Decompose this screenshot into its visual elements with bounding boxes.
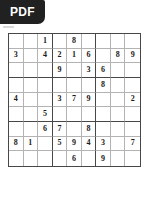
sudoku-cell-r7c3: 6 — [38, 122, 53, 137]
sudoku-cell-r4c1 — [9, 78, 24, 93]
sudoku-cell-r4c9 — [125, 78, 140, 93]
sudoku-cell-r7c7 — [96, 122, 111, 137]
sudoku-cell-r4c8 — [111, 78, 126, 93]
sudoku-cell-r3c4: 9 — [53, 63, 68, 78]
sudoku-cell-r3c8 — [111, 63, 126, 78]
sudoku-board: 1834216899368437925678815943769 — [8, 33, 141, 167]
sudoku-cell-r2c6: 6 — [82, 49, 97, 64]
sudoku-cell-r8c9: 7 — [125, 137, 140, 152]
sudoku-cell-r9c6 — [82, 151, 97, 166]
sudoku-cell-r5c6: 9 — [82, 93, 97, 108]
sudoku-cell-r5c9: 2 — [125, 93, 140, 108]
sudoku-cell-r2c8: 8 — [111, 49, 126, 64]
sudoku-cell-r1c8 — [111, 34, 126, 49]
sudoku-cell-r1c2 — [24, 34, 39, 49]
sudoku-cell-r9c5: 6 — [67, 151, 82, 166]
sudoku-cell-r3c1 — [9, 63, 24, 78]
sudoku-cell-r3c3 — [38, 63, 53, 78]
sudoku-cell-r6c8 — [111, 107, 126, 122]
sudoku-cell-r7c5 — [67, 122, 82, 137]
sudoku-cell-r5c4: 3 — [53, 93, 68, 108]
pdf-document-thumbnail[interactable]: PDF 1834216899368437925678815943769 — [0, 0, 149, 198]
sudoku-cell-r6c4 — [53, 107, 68, 122]
sudoku-cell-r6c7 — [96, 107, 111, 122]
sudoku-cell-r8c2: 1 — [24, 137, 39, 152]
sudoku-cell-r5c5: 7 — [67, 93, 82, 108]
sudoku-cell-r8c8 — [111, 137, 126, 152]
sudoku-cell-r9c4 — [53, 151, 68, 166]
sudoku-cell-r8c5: 9 — [67, 137, 82, 152]
sudoku-cell-r2c9: 9 — [125, 49, 140, 64]
sudoku-cell-r5c3 — [38, 93, 53, 108]
sudoku-cell-r5c1: 4 — [9, 93, 24, 108]
sudoku-cell-r6c6 — [82, 107, 97, 122]
pdf-badge: PDF — [0, 0, 45, 24]
sudoku-cell-r1c6 — [82, 34, 97, 49]
sudoku-cell-r3c6: 3 — [82, 63, 97, 78]
sudoku-cell-r5c2 — [24, 93, 39, 108]
sudoku-cell-r1c5: 8 — [67, 34, 82, 49]
sudoku-cell-r2c7 — [96, 49, 111, 64]
sudoku-cell-r1c3: 1 — [38, 34, 53, 49]
sudoku-cell-r4c7: 8 — [96, 78, 111, 93]
sudoku-cell-r4c3 — [38, 78, 53, 93]
pdf-badge-label: PDF — [10, 5, 35, 19]
sudoku-cell-r1c4 — [53, 34, 68, 49]
sudoku-cell-r4c2 — [24, 78, 39, 93]
sudoku-cell-r2c2 — [24, 49, 39, 64]
sudoku-cell-r1c1 — [9, 34, 24, 49]
sudoku-cell-r9c9 — [125, 151, 140, 166]
sudoku-cell-r7c6: 8 — [82, 122, 97, 137]
sudoku-cell-r2c5: 1 — [67, 49, 82, 64]
sudoku-cell-r4c6 — [82, 78, 97, 93]
sudoku-cell-r3c7: 6 — [96, 63, 111, 78]
sudoku-cell-r7c2 — [24, 122, 39, 137]
sudoku-cell-r4c4 — [53, 78, 68, 93]
sudoku-cell-r7c9 — [125, 122, 140, 137]
sudoku-cell-r5c7 — [96, 93, 111, 108]
sudoku-cell-r7c4: 7 — [53, 122, 68, 137]
sudoku-cell-r6c2 — [24, 107, 39, 122]
sudoku-cell-r4c5 — [67, 78, 82, 93]
sudoku-cell-r2c3: 4 — [38, 49, 53, 64]
document-title-remnant — [3, 26, 14, 28]
sudoku-cell-r6c9 — [125, 107, 140, 122]
sudoku-cell-r6c5 — [67, 107, 82, 122]
sudoku-cell-r9c3 — [38, 151, 53, 166]
sudoku-cell-r7c8 — [111, 122, 126, 137]
sudoku-cell-r8c3 — [38, 137, 53, 152]
sudoku-cell-r9c7: 9 — [96, 151, 111, 166]
sudoku-cell-r5c8 — [111, 93, 126, 108]
sudoku-cell-r8c1: 8 — [9, 137, 24, 152]
sudoku-cell-r3c9 — [125, 63, 140, 78]
sudoku-cell-r6c3: 5 — [38, 107, 53, 122]
sudoku-cell-r8c4: 5 — [53, 137, 68, 152]
sudoku-cell-r8c6: 4 — [82, 137, 97, 152]
sudoku-cell-r3c5 — [67, 63, 82, 78]
sudoku-cell-r9c2 — [24, 151, 39, 166]
sudoku-cell-r3c2 — [24, 63, 39, 78]
sudoku-cell-r2c4: 2 — [53, 49, 68, 64]
sudoku-cell-r1c9 — [125, 34, 140, 49]
sudoku-cell-r6c1 — [9, 107, 24, 122]
sudoku-cell-r2c1: 3 — [9, 49, 24, 64]
sudoku-cell-r9c1 — [9, 151, 24, 166]
sudoku-cell-r1c7 — [96, 34, 111, 49]
sudoku-cell-r9c8 — [111, 151, 126, 166]
sudoku-cell-r8c7: 3 — [96, 137, 111, 152]
sudoku-cell-r7c1 — [9, 122, 24, 137]
